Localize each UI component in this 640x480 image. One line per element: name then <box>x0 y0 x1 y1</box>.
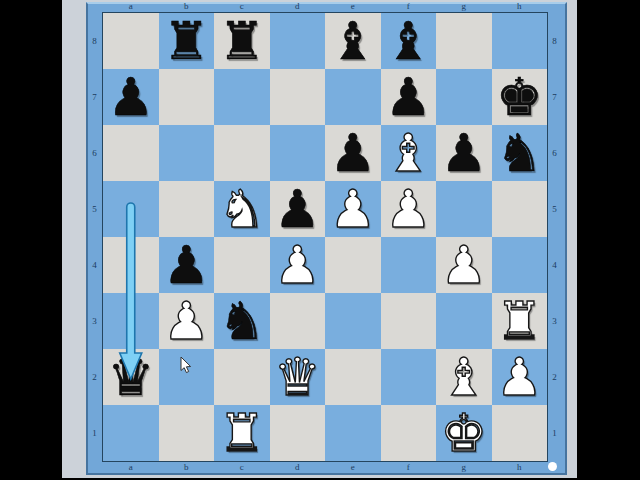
square-a8[interactable] <box>103 13 159 69</box>
white-pawn: ♟ <box>385 181 432 237</box>
white-rook: ♜ <box>218 405 265 461</box>
white-rook: ♜ <box>496 293 543 349</box>
white-pawn: ♟ <box>329 181 376 237</box>
square-f3[interactable] <box>381 293 437 349</box>
rank-label-3: 3 <box>548 293 561 349</box>
black-pawn: ♟ <box>163 237 210 293</box>
side-to-move-indicator <box>548 462 557 471</box>
rank-label-2: 2 <box>548 349 561 405</box>
square-f7[interactable]: ♟ <box>381 69 437 125</box>
square-e4[interactable] <box>325 237 381 293</box>
square-a5[interactable] <box>103 181 159 237</box>
black-knight: ♞ <box>496 125 543 181</box>
square-f6[interactable]: ♝ <box>381 125 437 181</box>
file-label-h: h <box>492 0 548 12</box>
square-g2[interactable]: ♝ <box>436 349 492 405</box>
square-b5[interactable] <box>159 181 215 237</box>
black-queen: ♛ <box>107 349 154 405</box>
square-e6[interactable]: ♟ <box>325 125 381 181</box>
file-label-d: d <box>270 0 326 12</box>
square-e5[interactable]: ♟ <box>325 181 381 237</box>
square-c3[interactable]: ♞ <box>214 293 270 349</box>
white-pawn: ♟ <box>274 237 321 293</box>
rank-labels-right: 87654321 <box>548 13 561 461</box>
square-g6[interactable]: ♟ <box>436 125 492 181</box>
square-a1[interactable] <box>103 405 159 461</box>
file-label-h: h <box>492 461 548 474</box>
square-g4[interactable]: ♟ <box>436 237 492 293</box>
square-a6[interactable] <box>103 125 159 181</box>
black-pawn: ♟ <box>385 69 432 125</box>
file-label-a: a <box>103 461 159 474</box>
white-knight: ♞ <box>218 181 265 237</box>
square-c4[interactable] <box>214 237 270 293</box>
square-e7[interactable] <box>325 69 381 125</box>
rank-label-7: 7 <box>88 69 101 125</box>
file-label-e: e <box>325 461 381 474</box>
square-d2[interactable]: ♛ <box>270 349 326 405</box>
square-a4[interactable] <box>103 237 159 293</box>
square-b4[interactable]: ♟ <box>159 237 215 293</box>
white-king: ♚ <box>440 405 487 461</box>
square-e2[interactable] <box>325 349 381 405</box>
rank-label-8: 8 <box>88 13 101 69</box>
square-c5[interactable]: ♞ <box>214 181 270 237</box>
square-d1[interactable] <box>270 405 326 461</box>
black-king: ♚ <box>496 69 543 125</box>
square-e3[interactable] <box>325 293 381 349</box>
square-d8[interactable] <box>270 13 326 69</box>
square-f8[interactable]: ♝ <box>381 13 437 69</box>
square-g1[interactable]: ♚ <box>436 405 492 461</box>
black-pawn: ♟ <box>440 125 487 181</box>
black-bishop: ♝ <box>329 13 376 69</box>
square-c2[interactable] <box>214 349 270 405</box>
rank-label-1: 1 <box>88 405 101 461</box>
file-label-d: d <box>270 461 326 474</box>
square-h2[interactable]: ♟ <box>492 349 548 405</box>
square-g5[interactable] <box>436 181 492 237</box>
square-c7[interactable] <box>214 69 270 125</box>
square-d5[interactable]: ♟ <box>270 181 326 237</box>
square-b1[interactable] <box>159 405 215 461</box>
rank-label-3: 3 <box>88 293 101 349</box>
square-b3[interactable]: ♟ <box>159 293 215 349</box>
square-h1[interactable] <box>492 405 548 461</box>
black-rook: ♜ <box>218 13 265 69</box>
square-b8[interactable]: ♜ <box>159 13 215 69</box>
rank-label-4: 4 <box>548 237 561 293</box>
square-f4[interactable] <box>381 237 437 293</box>
rank-label-5: 5 <box>548 181 561 237</box>
square-f5[interactable]: ♟ <box>381 181 437 237</box>
square-f2[interactable] <box>381 349 437 405</box>
file-label-a: a <box>103 0 159 12</box>
square-g8[interactable] <box>436 13 492 69</box>
rank-label-5: 5 <box>88 181 101 237</box>
rank-label-6: 6 <box>548 125 561 181</box>
square-d3[interactable] <box>270 293 326 349</box>
square-g7[interactable] <box>436 69 492 125</box>
square-a3[interactable] <box>103 293 159 349</box>
square-e1[interactable] <box>325 405 381 461</box>
square-h7[interactable]: ♚ <box>492 69 548 125</box>
black-bishop: ♝ <box>385 13 432 69</box>
square-a2[interactable]: ♛ <box>103 349 159 405</box>
white-pawn: ♟ <box>496 349 543 405</box>
square-d6[interactable] <box>270 125 326 181</box>
black-rook: ♜ <box>163 13 210 69</box>
square-g3[interactable] <box>436 293 492 349</box>
file-label-b: b <box>159 461 215 474</box>
white-pawn: ♟ <box>163 293 210 349</box>
file-label-g: g <box>436 0 492 12</box>
black-pawn: ♟ <box>107 69 154 125</box>
square-h5[interactable] <box>492 181 548 237</box>
square-d4[interactable]: ♟ <box>270 237 326 293</box>
square-b7[interactable] <box>159 69 215 125</box>
rank-label-8: 8 <box>548 13 561 69</box>
rank-label-6: 6 <box>88 125 101 181</box>
square-c6[interactable] <box>214 125 270 181</box>
black-knight: ♞ <box>218 293 265 349</box>
square-c8[interactable]: ♜ <box>214 13 270 69</box>
chess-board[interactable]: ♜♜♝♝♟♟♚♟♝♟♞♞♟♟♟♟♟♟♟♞♜♛♛♝♟♜♚ <box>103 13 547 461</box>
rank-label-4: 4 <box>88 237 101 293</box>
square-f1[interactable] <box>381 405 437 461</box>
square-h4[interactable] <box>492 237 548 293</box>
square-h3[interactable]: ♜ <box>492 293 548 349</box>
square-b6[interactable] <box>159 125 215 181</box>
square-h6[interactable]: ♞ <box>492 125 548 181</box>
black-pawn: ♟ <box>329 125 376 181</box>
square-c1[interactable]: ♜ <box>214 405 270 461</box>
black-pawn: ♟ <box>274 181 321 237</box>
rank-label-2: 2 <box>88 349 101 405</box>
square-b2[interactable] <box>159 349 215 405</box>
white-queen: ♛ <box>274 349 321 405</box>
square-d7[interactable] <box>270 69 326 125</box>
square-e8[interactable]: ♝ <box>325 13 381 69</box>
file-label-f: f <box>381 461 437 474</box>
square-a7[interactable]: ♟ <box>103 69 159 125</box>
white-bishop: ♝ <box>385 125 432 181</box>
rank-label-7: 7 <box>548 69 561 125</box>
white-bishop: ♝ <box>440 349 487 405</box>
white-pawn: ♟ <box>440 237 487 293</box>
rank-label-1: 1 <box>548 405 561 461</box>
rank-labels-left: 87654321 <box>88 13 101 461</box>
square-h8[interactable] <box>492 13 548 69</box>
